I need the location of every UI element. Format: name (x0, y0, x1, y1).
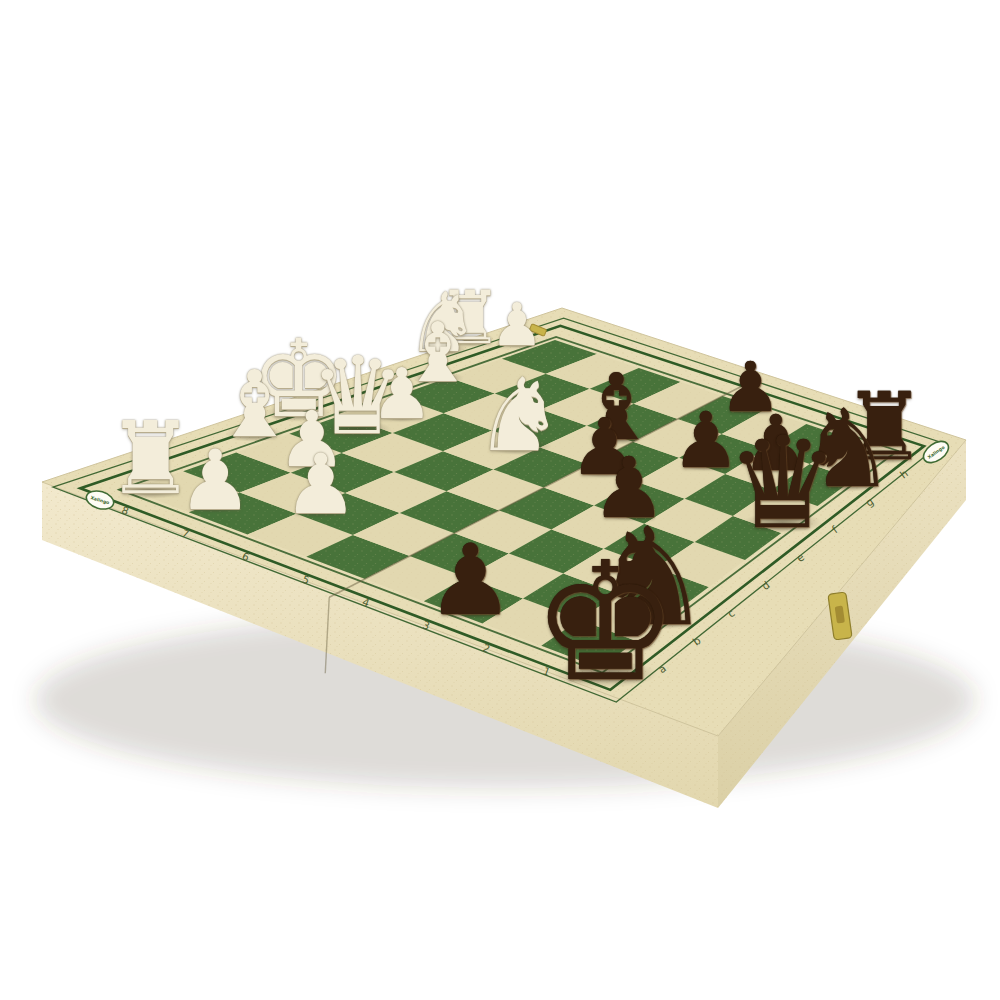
piece-white-pawn-b6[interactable]: ♟ (279, 443, 362, 526)
chess-box-product-photo: 87654321abcdefghXalingoXalingo ♜♟♝♚♛♟♟♟♝… (0, 0, 1000, 1000)
piece-white-pawn-margin[interactable]: ♟ (488, 295, 547, 354)
piece-black-queen-f1[interactable]: ♛ (719, 420, 846, 547)
black-queen-glyph: ♛ (726, 420, 840, 547)
black-king-glyph: ♚ (532, 541, 679, 705)
white-pawn-glyph: ♟ (178, 439, 252, 522)
piece-white-pawn-a7[interactable]: ♟ (174, 439, 257, 522)
piece-black-king-a1[interactable]: ♚ (523, 541, 687, 705)
piece-white-knight-e6[interactable]: ♞ (469, 365, 570, 466)
black-pawn-glyph: ♟ (426, 531, 514, 629)
white-pawn-glyph: ♟ (491, 295, 544, 354)
white-knight-glyph: ♞ (474, 365, 565, 466)
piece-black-pawn-b3[interactable]: ♟ (421, 531, 519, 629)
white-pawn-glyph: ♟ (283, 443, 357, 526)
